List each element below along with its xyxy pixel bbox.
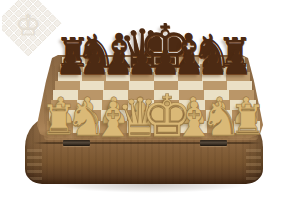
chess-set-photo: ♔ ♜♞♝♛♚♝♞♜♟♟♟♟♟♟♟♟♟♟♟♟♟♟♟♟♜♞♝♛♚♝♞♜: [0, 0, 300, 197]
pieces-layer: ♜♞♝♛♚♝♞♜♟♟♟♟♟♟♟♟♟♟♟♟♟♟♟♟♜♞♝♛♚♝♞♜: [0, 0, 300, 197]
piece-white-rook-h1: ♜: [230, 100, 267, 141]
piece-black-pawn-h7: ♟: [221, 45, 251, 79]
